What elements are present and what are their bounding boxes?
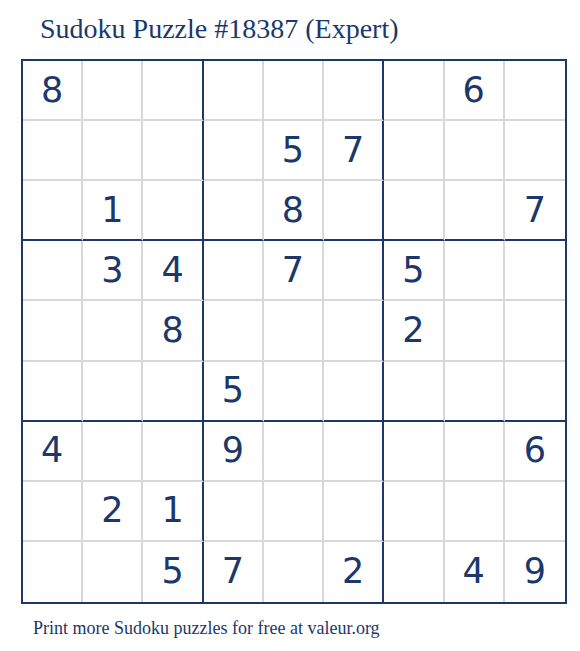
cell-r1c9 bbox=[505, 61, 565, 121]
cell-r9c1 bbox=[23, 542, 83, 602]
cell-r9c7 bbox=[384, 542, 444, 602]
cell-r4c5: 7 bbox=[264, 241, 324, 301]
cell-r6c2 bbox=[83, 362, 143, 422]
cell-r4c6 bbox=[324, 241, 384, 301]
cell-r5c6 bbox=[324, 301, 384, 361]
cell-r4c3: 4 bbox=[143, 241, 203, 301]
cell-r2c5: 5 bbox=[264, 121, 324, 181]
cell-r8c8 bbox=[445, 482, 505, 542]
cell-r8c9 bbox=[505, 482, 565, 542]
cell-r5c8 bbox=[445, 301, 505, 361]
cell-r8c1 bbox=[23, 482, 83, 542]
cell-r8c6 bbox=[324, 482, 384, 542]
cell-r1c1: 8 bbox=[23, 61, 83, 121]
cell-r9c5 bbox=[264, 542, 324, 602]
cell-r8c3: 1 bbox=[143, 482, 203, 542]
cell-r3c6 bbox=[324, 181, 384, 241]
cell-r2c9 bbox=[505, 121, 565, 181]
cell-r9c4: 7 bbox=[204, 542, 264, 602]
cell-r6c1 bbox=[23, 362, 83, 422]
cell-r3c8 bbox=[445, 181, 505, 241]
cell-r6c3 bbox=[143, 362, 203, 422]
cell-r3c4 bbox=[204, 181, 264, 241]
cell-r5c4 bbox=[204, 301, 264, 361]
cell-r4c1 bbox=[23, 241, 83, 301]
cell-r1c3 bbox=[143, 61, 203, 121]
cell-r6c7 bbox=[384, 362, 444, 422]
cell-r6c8 bbox=[445, 362, 505, 422]
cell-r9c9: 9 bbox=[505, 542, 565, 602]
cell-r1c2 bbox=[83, 61, 143, 121]
cell-r3c2: 1 bbox=[83, 181, 143, 241]
cell-r2c8 bbox=[445, 121, 505, 181]
sudoku-board: 865718734758254962157249 bbox=[21, 59, 567, 604]
cell-r8c5 bbox=[264, 482, 324, 542]
cell-r2c6: 7 bbox=[324, 121, 384, 181]
cell-r5c2 bbox=[83, 301, 143, 361]
cell-r7c1: 4 bbox=[23, 422, 83, 482]
cell-r6c6 bbox=[324, 362, 384, 422]
cell-r9c3: 5 bbox=[143, 542, 203, 602]
cell-r7c5 bbox=[264, 422, 324, 482]
cell-r7c2 bbox=[83, 422, 143, 482]
cell-r4c4 bbox=[204, 241, 264, 301]
cell-r6c9 bbox=[505, 362, 565, 422]
cell-r8c2: 2 bbox=[83, 482, 143, 542]
cell-r4c2: 3 bbox=[83, 241, 143, 301]
cell-r1c5 bbox=[264, 61, 324, 121]
cell-r3c3 bbox=[143, 181, 203, 241]
cell-r5c3: 8 bbox=[143, 301, 203, 361]
cell-r2c1 bbox=[23, 121, 83, 181]
sudoku-page: { "game": "sudoku", "title": "Sudoku Puz… bbox=[0, 0, 580, 651]
cell-r7c4: 9 bbox=[204, 422, 264, 482]
cell-r1c7 bbox=[384, 61, 444, 121]
cell-r9c6: 2 bbox=[324, 542, 384, 602]
cell-r6c5 bbox=[264, 362, 324, 422]
cell-r7c7 bbox=[384, 422, 444, 482]
cell-r5c5 bbox=[264, 301, 324, 361]
cell-r1c6 bbox=[324, 61, 384, 121]
cell-r1c8: 6 bbox=[445, 61, 505, 121]
cell-r7c6 bbox=[324, 422, 384, 482]
cell-r3c5: 8 bbox=[264, 181, 324, 241]
cell-r3c7 bbox=[384, 181, 444, 241]
cell-r1c4 bbox=[204, 61, 264, 121]
cell-r3c9: 7 bbox=[505, 181, 565, 241]
cell-r6c4: 5 bbox=[204, 362, 264, 422]
cell-r7c3 bbox=[143, 422, 203, 482]
cell-r5c7: 2 bbox=[384, 301, 444, 361]
cell-r9c8: 4 bbox=[445, 542, 505, 602]
cell-r7c9: 6 bbox=[505, 422, 565, 482]
cell-r5c9 bbox=[505, 301, 565, 361]
cell-r8c4 bbox=[204, 482, 264, 542]
cell-r9c2 bbox=[83, 542, 143, 602]
page-title: Sudoku Puzzle #18387 (Expert) bbox=[40, 12, 580, 46]
footer-text: Print more Sudoku puzzles for free at va… bbox=[33, 617, 580, 639]
cell-r4c8 bbox=[445, 241, 505, 301]
cell-r2c7 bbox=[384, 121, 444, 181]
cell-r7c8 bbox=[445, 422, 505, 482]
cell-r5c1 bbox=[23, 301, 83, 361]
cell-r4c7: 5 bbox=[384, 241, 444, 301]
cell-r4c9 bbox=[505, 241, 565, 301]
cell-r2c2 bbox=[83, 121, 143, 181]
cell-r2c4 bbox=[204, 121, 264, 181]
cell-r3c1 bbox=[23, 181, 83, 241]
cell-r8c7 bbox=[384, 482, 444, 542]
cell-r2c3 bbox=[143, 121, 203, 181]
